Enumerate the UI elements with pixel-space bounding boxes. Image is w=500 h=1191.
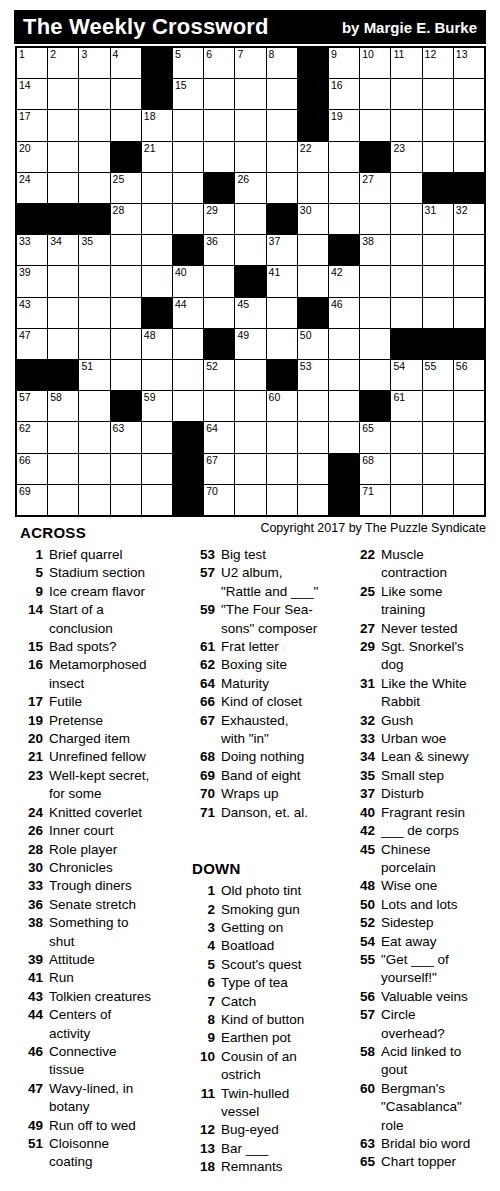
cell-r15c13[interactable] [391, 485, 421, 515]
clue-text: Chineseporcelain [381, 841, 494, 878]
clue-down-10: 10Cousin of anostrich [192, 1048, 350, 1085]
cell-r13c3[interactable] [79, 422, 109, 452]
clue-number: 33 [20, 877, 43, 895]
cell-r14c14[interactable] [423, 454, 453, 484]
black-square-r10c15 [454, 329, 484, 359]
black-square-r4c12 [360, 142, 390, 172]
cell-r5c5[interactable] [142, 173, 172, 203]
cell-r13c8[interactable] [235, 422, 265, 452]
clue-down-50: 50Lots and lots [352, 896, 494, 914]
cell-number: 10 [362, 48, 374, 61]
cell-r14c3[interactable] [79, 454, 109, 484]
cell-r13c7[interactable]: 64 [204, 422, 234, 452]
cell-r14c15[interactable] [454, 454, 484, 484]
cell-number: 4 [113, 48, 119, 61]
cell-r13c9[interactable] [267, 422, 297, 452]
cell-number: 22 [300, 142, 312, 155]
cell-r7c4[interactable] [111, 235, 141, 265]
clue-across-46: 46Connectivetissue [20, 1043, 188, 1080]
cell-r12c3[interactable] [79, 391, 109, 421]
clue-text: Fragrant resin [381, 804, 494, 822]
cell-r7c15[interactable] [454, 235, 484, 265]
cell-r10c3[interactable] [79, 329, 109, 359]
cell-number: 9 [331, 48, 337, 61]
clue-number: 59 [192, 601, 215, 619]
clue-number: 42 [352, 822, 375, 840]
cell-r9c11[interactable]: 46 [329, 298, 359, 328]
cell-r4c10[interactable]: 22 [298, 142, 328, 172]
cell-r12c11[interactable] [329, 391, 359, 421]
cell-r15c15[interactable] [454, 485, 484, 515]
cell-r15c5[interactable] [142, 485, 172, 515]
cell-r6c14[interactable]: 31 [423, 204, 453, 234]
cell-r4c14[interactable] [423, 142, 453, 172]
cell-r3c11[interactable]: 19 [329, 110, 359, 140]
cell-r13c11[interactable] [329, 422, 359, 452]
cell-r9c15[interactable] [454, 298, 484, 328]
cell-r11c6[interactable] [173, 360, 203, 390]
cell-number: 69 [19, 485, 31, 498]
clue-text: Wraps up [221, 785, 350, 803]
clue-across-61: 61Frat letter [192, 638, 350, 656]
clue-text: Frat letter [221, 638, 350, 656]
cell-r8c4[interactable] [111, 266, 141, 296]
cell-r12c15[interactable] [454, 391, 484, 421]
cell-r13c2[interactable] [48, 422, 78, 452]
clue-text: Maturity [221, 675, 350, 693]
cell-r7c7[interactable]: 36 [204, 235, 234, 265]
cell-r10c1[interactable]: 47 [17, 329, 47, 359]
clue-text: Cloisonnecoating [49, 1135, 188, 1172]
cell-r9c9[interactable] [267, 298, 297, 328]
cell-r10c11[interactable] [329, 329, 359, 359]
clue-text: Charged item [49, 730, 188, 748]
cell-number: 35 [81, 235, 93, 248]
cell-r6c4[interactable]: 28 [111, 204, 141, 234]
cell-number: 37 [269, 235, 281, 248]
cell-r3c6[interactable] [173, 110, 203, 140]
cell-r7c13[interactable] [391, 235, 421, 265]
clue-number: 57 [352, 1006, 375, 1024]
cell-r1c4[interactable]: 4 [111, 48, 141, 78]
clue-text: Lots and lots [381, 896, 494, 914]
clue-across-53: 53Big test [192, 546, 350, 564]
cell-r5c11[interactable] [329, 173, 359, 203]
cell-number: 1 [19, 48, 25, 61]
cell-number: 29 [206, 204, 218, 217]
cell-number: 55 [425, 360, 437, 373]
cell-r7c10[interactable] [298, 235, 328, 265]
cell-r1c15[interactable]: 13 [454, 48, 484, 78]
cell-r2c2[interactable] [48, 79, 78, 109]
clue-number: 2 [192, 901, 215, 919]
cell-r4c7[interactable] [204, 142, 234, 172]
clue-text: Exhausted,with "in" [221, 712, 350, 749]
cell-r5c4[interactable]: 25 [111, 173, 141, 203]
black-square-r5c7 [204, 173, 234, 203]
clue-across-64: 64Maturity [192, 675, 350, 693]
clue-across-16: 16Metamorphosedinsect [20, 656, 188, 693]
cell-r8c11[interactable]: 42 [329, 266, 359, 296]
clue-down-63: 63Bridal bio word [352, 1135, 494, 1153]
cell-number: 7 [237, 48, 243, 61]
cell-r2c8[interactable] [235, 79, 265, 109]
clue-number: 53 [192, 546, 215, 564]
cell-r5c6[interactable] [173, 173, 203, 203]
cell-r3c2[interactable] [48, 110, 78, 140]
clue-across-9: 9Ice cream flavor [20, 583, 188, 601]
cell-r1c13[interactable]: 11 [391, 48, 421, 78]
clue-across-69: 69Band of eight [192, 767, 350, 785]
cell-r6c15[interactable]: 32 [454, 204, 484, 234]
cell-r2c6[interactable]: 15 [173, 79, 203, 109]
cell-r14c9[interactable] [267, 454, 297, 484]
cell-r14c8[interactable] [235, 454, 265, 484]
cell-r13c14[interactable] [423, 422, 453, 452]
clue-number: 24 [20, 804, 43, 822]
cell-r14c13[interactable] [391, 454, 421, 484]
clue-number: 39 [20, 951, 43, 969]
cell-r12c14[interactable] [423, 391, 453, 421]
cell-r11c4[interactable] [111, 360, 141, 390]
clue-text: Unrefined fellow [49, 748, 188, 766]
clue-text: Attitude [49, 951, 188, 969]
black-square-r6c2 [48, 204, 78, 234]
cell-r14c1[interactable]: 66 [17, 454, 47, 484]
cell-r1c3[interactable]: 3 [79, 48, 109, 78]
cell-r11c11[interactable] [329, 360, 359, 390]
cell-r7c8[interactable] [235, 235, 265, 265]
clue-number: 37 [352, 785, 375, 803]
cell-number: 56 [456, 360, 468, 373]
cell-r5c9[interactable] [267, 173, 297, 203]
cell-r8c13[interactable] [391, 266, 421, 296]
cell-r12c6[interactable] [173, 391, 203, 421]
cell-r2c4[interactable] [111, 79, 141, 109]
clue-number: 4 [192, 937, 215, 955]
clue-text: Trough diners [49, 877, 188, 895]
cell-r13c5[interactable] [142, 422, 172, 452]
cell-r8c6[interactable]: 40 [173, 266, 203, 296]
cell-r3c8[interactable] [235, 110, 265, 140]
cell-r9c12[interactable] [360, 298, 390, 328]
cell-r11c13[interactable]: 54 [391, 360, 421, 390]
cell-r3c4[interactable] [111, 110, 141, 140]
cell-r13c10[interactable] [298, 422, 328, 452]
cell-r8c12[interactable] [360, 266, 390, 296]
cell-r12c13[interactable]: 61 [391, 391, 421, 421]
clue-text: Cousin of anostrich [221, 1048, 350, 1085]
clue-text: Catch [221, 993, 350, 1011]
clue-number: 58 [352, 1043, 375, 1061]
cell-r15c9[interactable] [267, 485, 297, 515]
black-square-r14c6 [173, 454, 203, 484]
cell-number: 34 [50, 235, 62, 248]
cell-r8c7[interactable] [204, 266, 234, 296]
clue-text: ___ de corps [381, 822, 494, 840]
clue-down-52: 52Sidestep [352, 914, 494, 932]
cell-r4c1[interactable]: 20 [17, 142, 47, 172]
clue-text: Smoking gun [221, 901, 350, 919]
clue-number: 68 [192, 748, 215, 766]
cell-r2c9[interactable] [267, 79, 297, 109]
cell-r4c15[interactable] [454, 142, 484, 172]
cell-r6c5[interactable] [142, 204, 172, 234]
cell-r3c9[interactable] [267, 110, 297, 140]
black-square-r2c10 [298, 79, 328, 109]
clue-text: Chronicles [49, 859, 188, 877]
across-clues-part1: 1Brief quarrel5Stadium section9Ice cream… [20, 546, 188, 1172]
cell-r11c3[interactable]: 51 [79, 360, 109, 390]
clue-number: 14 [20, 601, 43, 619]
cell-r7c12[interactable]: 38 [360, 235, 390, 265]
cell-r3c12[interactable] [360, 110, 390, 140]
cell-r9c8[interactable]: 45 [235, 298, 265, 328]
cell-r12c8[interactable] [235, 391, 265, 421]
cell-r8c14[interactable] [423, 266, 453, 296]
cell-r2c3[interactable] [79, 79, 109, 109]
cell-number: 12 [425, 48, 437, 61]
cell-r13c13[interactable] [391, 422, 421, 452]
cell-r9c6[interactable]: 44 [173, 298, 203, 328]
cell-number: 50 [300, 329, 312, 342]
cell-r14c4[interactable] [111, 454, 141, 484]
cell-r8c10[interactable] [298, 266, 328, 296]
cell-number: 64 [206, 422, 218, 435]
black-square-r10c7 [204, 329, 234, 359]
cell-r4c11[interactable] [329, 142, 359, 172]
cell-r4c5[interactable]: 21 [142, 142, 172, 172]
cell-r1c12[interactable]: 10 [360, 48, 390, 78]
cell-r12c2[interactable]: 58 [48, 391, 78, 421]
cell-number: 38 [362, 235, 374, 248]
cell-r13c4[interactable]: 63 [111, 422, 141, 452]
cell-r8c2[interactable] [48, 266, 78, 296]
cell-number: 5 [175, 48, 181, 61]
cell-r2c7[interactable] [204, 79, 234, 109]
clue-text: Ice cream flavor [49, 583, 188, 601]
cell-number: 39 [19, 266, 31, 279]
cell-r6c11[interactable] [329, 204, 359, 234]
cell-r4c3[interactable] [79, 142, 109, 172]
cell-r7c1[interactable]: 33 [17, 235, 47, 265]
clue-text: Run off to wed [49, 1117, 188, 1135]
cell-r7c9[interactable]: 37 [267, 235, 297, 265]
clue-number: 35 [352, 767, 375, 785]
clue-text: Well-kept secret,for some [49, 767, 188, 804]
cell-r3c15[interactable] [454, 110, 484, 140]
cell-r11c8[interactable] [235, 360, 265, 390]
cell-r4c8[interactable] [235, 142, 265, 172]
cell-number: 58 [50, 391, 62, 404]
cell-r15c1[interactable]: 69 [17, 485, 47, 515]
cell-r9c7[interactable] [204, 298, 234, 328]
cell-r10c10[interactable]: 50 [298, 329, 328, 359]
cell-r2c13[interactable] [391, 79, 421, 109]
cell-r6c8[interactable] [235, 204, 265, 234]
cell-r3c14[interactable] [423, 110, 453, 140]
clue-number: 13 [192, 1140, 215, 1158]
cell-r10c2[interactable] [48, 329, 78, 359]
cell-r9c4[interactable] [111, 298, 141, 328]
cell-r10c12[interactable] [360, 329, 390, 359]
cell-r3c5[interactable]: 18 [142, 110, 172, 140]
cell-r15c10[interactable] [298, 485, 328, 515]
cell-r3c1[interactable]: 17 [17, 110, 47, 140]
cell-r9c3[interactable] [79, 298, 109, 328]
cell-r10c5[interactable]: 48 [142, 329, 172, 359]
clue-across-21: 21Unrefined fellow [20, 748, 188, 766]
cell-r13c15[interactable] [454, 422, 484, 452]
cell-r2c1[interactable]: 14 [17, 79, 47, 109]
cell-r12c10[interactable] [298, 391, 328, 421]
cell-number: 47 [19, 329, 31, 342]
cell-r5c13[interactable] [391, 173, 421, 203]
cell-r8c15[interactable] [454, 266, 484, 296]
cell-r7c2[interactable]: 34 [48, 235, 78, 265]
black-square-r5c15 [454, 173, 484, 203]
cell-r12c9[interactable]: 60 [267, 391, 297, 421]
cell-r12c5[interactable]: 59 [142, 391, 172, 421]
clue-across-26: 26Inner court [20, 822, 188, 840]
clue-text: Role player [49, 841, 188, 859]
cell-r11c12[interactable] [360, 360, 390, 390]
cell-r14c12[interactable]: 68 [360, 454, 390, 484]
cell-r9c1[interactable]: 43 [17, 298, 47, 328]
cell-r1c6[interactable]: 5 [173, 48, 203, 78]
clue-text: Small step [381, 767, 494, 785]
cell-r3c7[interactable] [204, 110, 234, 140]
clue-text: Pretense [49, 712, 188, 730]
clue-text: Valuable veins [381, 988, 494, 1006]
cell-r6c12[interactable] [360, 204, 390, 234]
cell-r8c3[interactable] [79, 266, 109, 296]
cell-r5c10[interactable] [298, 173, 328, 203]
cell-r4c6[interactable] [173, 142, 203, 172]
cell-r10c6[interactable] [173, 329, 203, 359]
cell-r15c2[interactable] [48, 485, 78, 515]
cell-r11c10[interactable]: 53 [298, 360, 328, 390]
cell-r14c5[interactable] [142, 454, 172, 484]
cell-r3c3[interactable] [79, 110, 109, 140]
clue-down-9: 9Earthen pot [192, 1029, 350, 1047]
cell-r1c8[interactable]: 7 [235, 48, 265, 78]
cell-r6c10[interactable]: 30 [298, 204, 328, 234]
cell-r9c14[interactable] [423, 298, 453, 328]
cell-number: 44 [175, 298, 187, 311]
cell-r9c2[interactable] [48, 298, 78, 328]
cell-r15c7[interactable]: 70 [204, 485, 234, 515]
clue-down-55: 55"Get ___ ofyourself!" [352, 951, 494, 988]
cell-r3c13[interactable] [391, 110, 421, 140]
cell-r12c1[interactable]: 57 [17, 391, 47, 421]
cell-r6c13[interactable] [391, 204, 421, 234]
black-square-r11c2 [48, 360, 78, 390]
clue-down-58: 58Acid linked togout [352, 1043, 494, 1080]
cell-r4c13[interactable]: 23 [391, 142, 421, 172]
cell-r12c7[interactable] [204, 391, 234, 421]
cell-r7c3[interactable]: 35 [79, 235, 109, 265]
clue-text: Twin-hulledvessel [221, 1085, 350, 1122]
clue-number: 29 [352, 638, 375, 656]
cell-r8c5[interactable] [142, 266, 172, 296]
cell-r8c9[interactable]: 41 [267, 266, 297, 296]
clue-number: 32 [352, 712, 375, 730]
cell-r5c2[interactable] [48, 173, 78, 203]
cell-r15c4[interactable] [111, 485, 141, 515]
cell-r15c3[interactable] [79, 485, 109, 515]
cell-r5c3[interactable] [79, 173, 109, 203]
clue-text: Something toshut [49, 914, 188, 951]
cell-r1c2[interactable]: 2 [48, 48, 78, 78]
cell-r9c13[interactable] [391, 298, 421, 328]
cell-r11c15[interactable]: 56 [454, 360, 484, 390]
cell-number: 20 [19, 142, 31, 155]
cell-r15c8[interactable] [235, 485, 265, 515]
cell-r15c14[interactable] [423, 485, 453, 515]
cell-r6c6[interactable] [173, 204, 203, 234]
clue-across-20: 20Charged item [20, 730, 188, 748]
cell-number: 33 [19, 235, 31, 248]
clue-text: Lean & sinewy [381, 748, 494, 766]
cell-r10c8[interactable]: 49 [235, 329, 265, 359]
cell-r14c2[interactable] [48, 454, 78, 484]
clue-number: 16 [20, 656, 43, 674]
cell-r1c14[interactable]: 12 [423, 48, 453, 78]
cell-r1c1[interactable]: 1 [17, 48, 47, 78]
cell-r1c9[interactable]: 8 [267, 48, 297, 78]
cell-number: 66 [19, 454, 31, 467]
cell-r1c7[interactable]: 6 [204, 48, 234, 78]
cell-r2c14[interactable] [423, 79, 453, 109]
cell-r2c15[interactable] [454, 79, 484, 109]
cell-r7c14[interactable] [423, 235, 453, 265]
clue-number: 64 [192, 675, 215, 693]
cell-r8c1[interactable]: 39 [17, 266, 47, 296]
cell-r5c12[interactable]: 27 [360, 173, 390, 203]
cell-r11c5[interactable] [142, 360, 172, 390]
cell-r2c11[interactable]: 16 [329, 79, 359, 109]
cell-r5c1[interactable]: 24 [17, 173, 47, 203]
cell-number: 28 [113, 204, 125, 217]
cell-r15c12[interactable]: 71 [360, 485, 390, 515]
cell-r1c11[interactable]: 9 [329, 48, 359, 78]
cell-r11c14[interactable]: 55 [423, 360, 453, 390]
cell-r2c12[interactable] [360, 79, 390, 109]
clue-number: 70 [192, 785, 215, 803]
cell-r13c1[interactable]: 62 [17, 422, 47, 452]
cell-r11c7[interactable]: 52 [204, 360, 234, 390]
clue-number: 55 [352, 951, 375, 969]
clue-down-5: 5Scout's quest [192, 956, 350, 974]
black-square-r8c8 [235, 266, 265, 296]
cell-r4c2[interactable] [48, 142, 78, 172]
clue-number: 18 [192, 1158, 215, 1176]
cell-r14c7[interactable]: 67 [204, 454, 234, 484]
cell-r7c5[interactable] [142, 235, 172, 265]
cell-r14c10[interactable] [298, 454, 328, 484]
clue-number: 50 [352, 896, 375, 914]
clue-text: Old photo tint [221, 882, 350, 900]
clue-text: "The Four Sea-sons" composer [221, 601, 350, 638]
cell-r4c9[interactable] [267, 142, 297, 172]
cell-r5c8[interactable]: 26 [235, 173, 265, 203]
cell-r6c7[interactable]: 29 [204, 204, 234, 234]
cell-r13c12[interactable]: 65 [360, 422, 390, 452]
cell-r10c4[interactable] [111, 329, 141, 359]
cell-r10c9[interactable] [267, 329, 297, 359]
cell-number: 62 [19, 422, 31, 435]
